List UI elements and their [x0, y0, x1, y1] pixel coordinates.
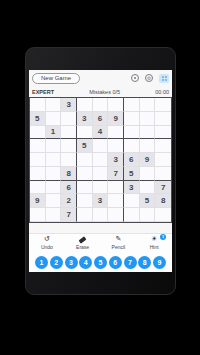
cell-r2c2[interactable] — [46, 112, 62, 126]
cell-r2c9[interactable] — [155, 112, 171, 126]
cell-r7c3[interactable]: 6 — [61, 181, 77, 195]
erase-label: Erase — [76, 244, 89, 250]
cell-r1c2[interactable] — [46, 98, 62, 112]
cell-r7c7[interactable]: 3 — [124, 181, 140, 195]
stats-icon-glyph — [162, 76, 167, 81]
cell-r8c5[interactable]: 3 — [93, 194, 109, 208]
cell-r6c5[interactable] — [93, 167, 109, 181]
cell-r1c3[interactable]: 3 — [61, 98, 77, 112]
numpad-button-5[interactable]: 5 — [94, 256, 107, 269]
cell-r3c5[interactable]: 4 — [93, 126, 109, 140]
numpad-button-8[interactable]: 8 — [138, 256, 151, 269]
toolbar: ↺ Undo Erase ✎ Pencil 1 ☀ Hint — [29, 233, 172, 252]
cell-r9c2[interactable] — [46, 208, 62, 222]
cell-r7c4[interactable] — [77, 181, 93, 195]
cell-r1c8[interactable] — [140, 98, 156, 112]
cell-r6c8[interactable] — [140, 167, 156, 181]
cell-r6c2[interactable] — [46, 167, 62, 181]
cell-r8c4[interactable] — [77, 194, 93, 208]
hint-badge: 1 — [160, 234, 166, 240]
pencil-label: Pencil — [112, 244, 126, 250]
sudoku-board: 35369145369875637923587 — [29, 97, 172, 223]
cell-r4c8[interactable] — [140, 139, 156, 153]
pencil-icon: ✎ — [115, 236, 121, 244]
top-bar: New Game ⚙ — [29, 70, 172, 86]
cell-r9c6[interactable] — [108, 208, 124, 222]
numpad-button-2[interactable]: 2 — [50, 256, 63, 269]
cell-r7c2[interactable] — [46, 181, 62, 195]
cell-r8c9[interactable]: 8 — [155, 194, 171, 208]
cell-r4c5[interactable] — [93, 139, 109, 153]
cell-r5c6[interactable]: 3 — [108, 153, 124, 167]
tablet-frame: New Game ⚙ EXPERT Mistakes 0/5 00:00 353… — [25, 47, 176, 295]
cell-r6c6[interactable]: 7 — [108, 167, 124, 181]
cell-r9c8[interactable] — [140, 208, 156, 222]
numpad-button-9[interactable]: 9 — [153, 256, 166, 269]
cell-r3c7[interactable] — [124, 126, 140, 140]
cell-r7c6[interactable] — [108, 181, 124, 195]
cell-r5c8[interactable]: 9 — [140, 153, 156, 167]
cell-r3c1[interactable] — [30, 126, 46, 140]
cell-r2c7[interactable] — [124, 112, 140, 126]
cell-r8c7[interactable] — [124, 194, 140, 208]
stats-icon[interactable] — [159, 74, 169, 83]
undo-button[interactable]: ↺ Undo — [33, 236, 61, 250]
numpad-button-7[interactable]: 7 — [124, 256, 137, 269]
cell-r9c7[interactable] — [124, 208, 140, 222]
cell-r4c7[interactable] — [124, 139, 140, 153]
cell-r4c6[interactable] — [108, 139, 124, 153]
difficulty-label: EXPERT — [32, 89, 54, 95]
numpad-button-3[interactable]: 3 — [65, 256, 78, 269]
cell-r6c9[interactable] — [155, 167, 171, 181]
cell-r2c3[interactable] — [61, 112, 77, 126]
cell-r5c1[interactable] — [30, 153, 46, 167]
cell-r1c1[interactable] — [30, 98, 46, 112]
undo-label: Undo — [41, 244, 53, 250]
hint-icon: ☀ — [151, 236, 157, 244]
cell-r2c4[interactable]: 3 — [77, 112, 93, 126]
numpad-button-1[interactable]: 1 — [35, 256, 48, 269]
cell-r2c6[interactable]: 9 — [108, 112, 124, 126]
app-screen: New Game ⚙ EXPERT Mistakes 0/5 00:00 353… — [29, 70, 172, 272]
cell-r9c3[interactable]: 7 — [61, 208, 77, 222]
cell-r7c8[interactable] — [140, 181, 156, 195]
eraser-icon — [79, 236, 87, 243]
cell-r8c6[interactable] — [108, 194, 124, 208]
numpad-button-6[interactable]: 6 — [109, 256, 122, 269]
cell-r4c4[interactable]: 5 — [77, 139, 93, 153]
hint-label: Hint — [150, 244, 159, 250]
cell-r6c1[interactable] — [30, 167, 46, 181]
new-game-button[interactable]: New Game — [32, 73, 80, 84]
theme-icon-dot — [134, 77, 136, 79]
cell-r7c9[interactable]: 7 — [155, 181, 171, 195]
number-pad: 123456789 — [29, 252, 172, 272]
cell-r3c8[interactable] — [140, 126, 156, 140]
cell-r4c9[interactable] — [155, 139, 171, 153]
cell-r5c4[interactable] — [77, 153, 93, 167]
cell-r9c4[interactable] — [77, 208, 93, 222]
cell-r5c7[interactable]: 6 — [124, 153, 140, 167]
cell-r3c4[interactable] — [77, 126, 93, 140]
cell-r9c1[interactable] — [30, 208, 46, 222]
cell-r5c5[interactable] — [93, 153, 109, 167]
hint-button[interactable]: 1 ☀ Hint — [140, 236, 168, 250]
cell-r1c6[interactable] — [108, 98, 124, 112]
cell-r8c3[interactable]: 2 — [61, 194, 77, 208]
board-gap — [29, 223, 172, 233]
undo-icon: ↺ — [44, 236, 50, 244]
cell-r4c3[interactable] — [61, 139, 77, 153]
cell-r3c6[interactable] — [108, 126, 124, 140]
timer-label: 00:00 — [155, 89, 169, 95]
cell-r8c8[interactable]: 5 — [140, 194, 156, 208]
cell-r2c1[interactable]: 5 — [30, 112, 46, 126]
cell-r9c9[interactable] — [155, 208, 171, 222]
cell-r5c2[interactable] — [46, 153, 62, 167]
cell-r3c3[interactable] — [61, 126, 77, 140]
numpad-button-4[interactable]: 4 — [79, 256, 92, 269]
cell-r2c8[interactable] — [140, 112, 156, 126]
cell-r9c5[interactable] — [93, 208, 109, 222]
cell-r2c5[interactable]: 6 — [93, 112, 109, 126]
cell-r8c2[interactable] — [46, 194, 62, 208]
mistakes-label: Mistakes 0/5 — [89, 89, 120, 95]
top-icons: ⚙ — [131, 74, 169, 83]
theme-icon[interactable] — [131, 74, 139, 82]
cell-r8c1[interactable]: 9 — [30, 194, 46, 208]
settings-icon[interactable]: ⚙ — [145, 74, 153, 82]
cell-r4c1[interactable] — [30, 139, 46, 153]
pencil-button[interactable]: ✎ Pencil — [104, 236, 132, 250]
cell-r4c2[interactable] — [46, 139, 62, 153]
gear-icon: ⚙ — [147, 76, 151, 81]
cell-r6c4[interactable] — [77, 167, 93, 181]
cell-r3c2[interactable]: 1 — [46, 126, 62, 140]
cell-r1c7[interactable] — [124, 98, 140, 112]
cell-r1c9[interactable] — [155, 98, 171, 112]
cell-r6c3[interactable]: 8 — [61, 167, 77, 181]
cell-r5c3[interactable] — [61, 153, 77, 167]
cell-r7c5[interactable] — [93, 181, 109, 195]
cell-r7c1[interactable] — [30, 181, 46, 195]
cell-r5c9[interactable] — [155, 153, 171, 167]
cell-r1c5[interactable] — [93, 98, 109, 112]
cell-r1c4[interactable] — [77, 98, 93, 112]
cell-r6c7[interactable]: 5 — [124, 167, 140, 181]
erase-button[interactable]: Erase — [69, 236, 97, 250]
cell-r3c9[interactable] — [155, 126, 171, 140]
status-bar: EXPERT Mistakes 0/5 00:00 — [29, 86, 172, 97]
